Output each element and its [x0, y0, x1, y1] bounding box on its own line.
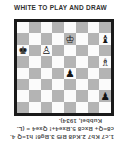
square-h2[interactable]: ♟ [99, 90, 111, 101]
square-f2[interactable] [76, 90, 88, 101]
square-h1[interactable] [99, 102, 111, 113]
square-g1[interactable] [88, 102, 100, 113]
solution-line-1: 1.c7 Kb7 2.Kd8 Bf5 3.Bg6! h1=Q 4. [6, 132, 114, 140]
square-f3[interactable] [76, 79, 88, 90]
square-c8[interactable] [41, 22, 53, 33]
square-c7[interactable] [41, 33, 53, 44]
square-g4[interactable] [88, 68, 100, 79]
square-e7[interactable]: ♔ [64, 33, 76, 44]
square-b5[interactable] [29, 56, 41, 67]
square-b1[interactable] [29, 102, 41, 113]
square-f6[interactable] [76, 45, 88, 56]
square-d4[interactable] [52, 68, 64, 79]
square-g3[interactable] [88, 79, 100, 90]
square-g7[interactable] [88, 33, 100, 44]
square-e5[interactable] [64, 56, 76, 67]
square-g5[interactable] [88, 56, 100, 67]
square-g2[interactable] [88, 90, 100, 101]
square-d6[interactable] [52, 45, 64, 56]
square-b2[interactable] [29, 90, 41, 101]
square-b7[interactable] [29, 33, 41, 44]
piece-black-pawn[interactable]: ♟ [99, 90, 111, 101]
square-e8[interactable] [64, 22, 76, 33]
square-a5[interactable] [17, 56, 29, 67]
square-f5[interactable] [76, 56, 88, 67]
square-d3[interactable] [52, 79, 64, 90]
square-a7[interactable] [17, 33, 29, 44]
piece-black-pawn[interactable]: ♟ [64, 68, 76, 79]
piece-white-king[interactable]: ♔ [64, 33, 76, 44]
square-e6[interactable] [64, 45, 76, 56]
square-a3[interactable] [17, 79, 29, 90]
square-e4[interactable]: ♟ [64, 68, 76, 79]
square-g6[interactable] [88, 45, 100, 56]
square-f4[interactable] [76, 68, 88, 79]
square-d7[interactable] [52, 33, 64, 44]
square-h7[interactable]: ♝ [99, 33, 111, 44]
piece-white-pawn[interactable]: ♙ [41, 45, 53, 56]
puzzle-title: WHITE TO PLAY AND DRAW [14, 4, 107, 11]
square-f7[interactable] [76, 33, 88, 44]
square-c6[interactable]: ♙ [41, 45, 53, 56]
square-a2[interactable] [17, 90, 29, 101]
square-h5[interactable]: ♗ [99, 56, 111, 67]
square-a8[interactable] [17, 22, 29, 33]
piece-black-king[interactable]: ♚ [17, 45, 29, 56]
square-h4[interactable] [99, 68, 111, 79]
square-b3[interactable] [29, 79, 41, 90]
square-g8[interactable] [88, 22, 100, 33]
square-c5[interactable] [41, 56, 53, 67]
square-h3[interactable] [99, 79, 111, 90]
square-d1[interactable] [52, 102, 64, 113]
square-c4[interactable] [41, 68, 53, 79]
square-a1[interactable] [17, 102, 29, 113]
square-e1[interactable] [64, 102, 76, 113]
square-d8[interactable] [52, 22, 64, 33]
square-a4[interactable] [17, 68, 29, 79]
square-b6[interactable] [29, 45, 41, 56]
chess-board: ♔♝♚♙♗♟♟ [14, 19, 114, 116]
square-h6[interactable] [99, 45, 111, 56]
square-c3[interactable] [41, 79, 53, 90]
square-d5[interactable] [52, 56, 64, 67]
square-c2[interactable] [41, 90, 53, 101]
square-f8[interactable] [76, 22, 88, 33]
square-b4[interactable] [29, 68, 41, 79]
solution-line-2: c8=Q+ Bxc8 5.Bxe4+! Qxe4 = (L. [6, 124, 114, 132]
square-f1[interactable] [76, 102, 88, 113]
solution-text: 1.c7 Kb7 2.Kd8 Bf5 3.Bg6! h1=Q 4. c8=Q+ … [6, 116, 122, 141]
solution-line-3: Kubbel, 1934). [6, 116, 102, 124]
square-d2[interactable] [52, 90, 64, 101]
square-e3[interactable] [64, 79, 76, 90]
square-e2[interactable] [64, 90, 76, 101]
square-a6[interactable]: ♚ [17, 45, 29, 56]
piece-black-bishop[interactable]: ♝ [99, 33, 111, 44]
square-c1[interactable] [41, 102, 53, 113]
square-h8[interactable] [99, 22, 111, 33]
piece-white-bishop[interactable]: ♗ [99, 56, 111, 67]
square-b8[interactable] [29, 22, 41, 33]
